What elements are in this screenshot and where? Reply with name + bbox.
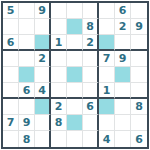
cell-r8c2[interactable]: 9 xyxy=(19,115,35,131)
cell-r8c4[interactable]: 8 xyxy=(51,115,67,131)
cell-r1c8[interactable]: 6 xyxy=(115,3,131,19)
cell-r7c6[interactable]: 6 xyxy=(83,99,99,115)
cell-r6c2[interactable]: 6 xyxy=(19,83,35,99)
cell-r9c7[interactable]: 4 xyxy=(99,131,115,147)
cell-r5c7[interactable] xyxy=(99,67,115,83)
cell-r9c4[interactable] xyxy=(51,131,67,147)
cell-r7c7[interactable] xyxy=(99,99,115,115)
cell-r1c7[interactable] xyxy=(99,3,115,19)
cell-r4c9[interactable] xyxy=(131,51,147,67)
cell-r4c4[interactable] xyxy=(51,51,67,67)
cell-r1c6[interactable] xyxy=(83,3,99,19)
cell-r1c2[interactable] xyxy=(19,3,35,19)
cell-r1c5[interactable] xyxy=(67,3,83,19)
cell-r4c2[interactable] xyxy=(19,51,35,67)
cell-r8c7[interactable] xyxy=(99,115,115,131)
cell-r3c9[interactable] xyxy=(131,35,147,51)
cell-r4c3[interactable]: 2 xyxy=(35,51,51,67)
cell-r2c6[interactable]: 8 xyxy=(83,19,99,35)
cell-r2c3[interactable] xyxy=(35,19,51,35)
cell-r3c7[interactable] xyxy=(99,35,115,51)
cell-r5c4[interactable] xyxy=(51,67,67,83)
cell-r9c8[interactable] xyxy=(115,131,131,147)
cell-r7c9[interactable]: 8 xyxy=(131,99,147,115)
cell-r6c5[interactable] xyxy=(67,83,83,99)
cell-r9c2[interactable]: 8 xyxy=(19,131,35,147)
cell-r3c5[interactable] xyxy=(67,35,83,51)
cell-r7c8[interactable] xyxy=(115,99,131,115)
cell-r3c1[interactable]: 6 xyxy=(3,35,19,51)
cell-r8c5[interactable] xyxy=(67,115,83,131)
cell-r7c1[interactable] xyxy=(3,99,19,115)
cell-r5c9[interactable] xyxy=(131,67,147,83)
cell-r6c1[interactable] xyxy=(3,83,19,99)
cell-r3c6[interactable]: 2 xyxy=(83,35,99,51)
cell-r9c3[interactable] xyxy=(35,131,51,147)
cell-r6c3[interactable]: 4 xyxy=(35,83,51,99)
cell-r3c4[interactable]: 1 xyxy=(51,35,67,51)
cell-r8c6[interactable] xyxy=(83,115,99,131)
cell-r1c9[interactable] xyxy=(131,3,147,19)
cell-r6c4[interactable] xyxy=(51,83,67,99)
cell-r7c3[interactable] xyxy=(35,99,51,115)
cell-r8c8[interactable] xyxy=(115,115,131,131)
sudoku-board: 596829612279641268798846 xyxy=(1,1,149,149)
cell-r4c6[interactable] xyxy=(83,51,99,67)
cell-r6c9[interactable] xyxy=(131,83,147,99)
cell-r2c5[interactable] xyxy=(67,19,83,35)
cell-r4c5[interactable] xyxy=(67,51,83,67)
cell-r2c8[interactable]: 2 xyxy=(115,19,131,35)
cell-r5c6[interactable] xyxy=(83,67,99,83)
cell-r2c1[interactable] xyxy=(3,19,19,35)
cell-r3c3[interactable] xyxy=(35,35,51,51)
cell-r5c3[interactable] xyxy=(35,67,51,83)
cell-r3c2[interactable] xyxy=(19,35,35,51)
cell-r8c9[interactable] xyxy=(131,115,147,131)
cell-r1c4[interactable] xyxy=(51,3,67,19)
page: 596829612279641268798846 xyxy=(0,0,150,150)
cell-r8c3[interactable] xyxy=(35,115,51,131)
cell-r2c2[interactable] xyxy=(19,19,35,35)
cell-r4c7[interactable]: 7 xyxy=(99,51,115,67)
cell-r9c5[interactable] xyxy=(67,131,83,147)
cell-r6c6[interactable] xyxy=(83,83,99,99)
cell-r5c8[interactable] xyxy=(115,67,131,83)
cell-r5c2[interactable] xyxy=(19,67,35,83)
cell-r4c8[interactable]: 9 xyxy=(115,51,131,67)
cell-r7c4[interactable]: 2 xyxy=(51,99,67,115)
cell-r9c9[interactable]: 6 xyxy=(131,131,147,147)
cell-r2c7[interactable] xyxy=(99,19,115,35)
cell-r8c1[interactable]: 7 xyxy=(3,115,19,131)
cell-r9c6[interactable] xyxy=(83,131,99,147)
cell-r6c8[interactable] xyxy=(115,83,131,99)
cell-r5c1[interactable] xyxy=(3,67,19,83)
cell-r7c2[interactable] xyxy=(19,99,35,115)
cell-r1c3[interactable]: 9 xyxy=(35,3,51,19)
cell-r2c4[interactable] xyxy=(51,19,67,35)
cell-r2c9[interactable]: 9 xyxy=(131,19,147,35)
cell-r9c1[interactable] xyxy=(3,131,19,147)
cell-r1c1[interactable]: 5 xyxy=(3,3,19,19)
cell-r6c7[interactable]: 1 xyxy=(99,83,115,99)
cell-r5c5[interactable] xyxy=(67,67,83,83)
cell-r3c8[interactable] xyxy=(115,35,131,51)
cell-r4c1[interactable] xyxy=(3,51,19,67)
cell-r7c5[interactable] xyxy=(67,99,83,115)
